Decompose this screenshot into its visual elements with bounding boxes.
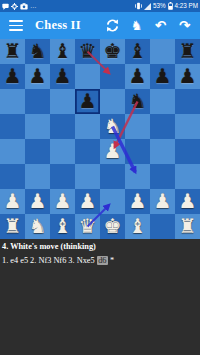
square-g2[interactable]: ♟: [150, 189, 175, 214]
square-g7[interactable]: ♟: [150, 64, 175, 89]
square-e8[interactable]: ♚: [100, 39, 125, 64]
piece-white-bishop: ♝: [50, 214, 75, 239]
app-title: Chess II: [35, 18, 105, 33]
square-h1[interactable]: ♜: [175, 214, 200, 239]
square-c6[interactable]: [50, 89, 75, 114]
piece-black-pawn: ♟: [50, 64, 75, 89]
piece-white-pawn: ♟: [50, 189, 75, 214]
piece-white-pawn: ♟: [100, 139, 125, 164]
status-bar: ⋯ 53% 4:23 PM: [0, 0, 200, 12]
piece-white-pawn: ♟: [125, 189, 150, 214]
square-a1[interactable]: ♜: [0, 214, 25, 239]
piece-black-pawn: ♟: [25, 64, 50, 89]
piece-black-knight: ♞: [25, 39, 50, 64]
battery-icon: [168, 2, 173, 10]
piece-black-bishop: ♝: [125, 39, 150, 64]
piece-white-king: ♚: [100, 214, 125, 239]
square-b4[interactable]: [25, 139, 50, 164]
piece-white-pawn: ♟: [150, 189, 175, 214]
square-b6[interactable]: [25, 89, 50, 114]
square-b5[interactable]: [25, 114, 50, 139]
piece-white-knight: ♞: [25, 214, 50, 239]
app-bar-actions: ♞ ↶ ↷: [105, 18, 200, 33]
square-c1[interactable]: ♝: [50, 214, 75, 239]
move-panel: 4. White's move (thinking) 1. e4 e5 2. N…: [0, 239, 200, 355]
square-f2[interactable]: ♟: [125, 189, 150, 214]
square-b7[interactable]: ♟: [25, 64, 50, 89]
square-c8[interactable]: ♝: [50, 39, 75, 64]
piece-white-pawn: ♟: [75, 189, 100, 214]
battery-percent: 53%: [153, 0, 166, 12]
system-status-icons: 53% 4:23 PM: [135, 0, 200, 12]
piece-black-queen: ♛: [75, 39, 100, 64]
overflow-dots: ⋯: [30, 3, 37, 10]
square-a8[interactable]: ♜: [0, 39, 25, 64]
square-h4[interactable]: [175, 139, 200, 164]
square-a6[interactable]: [0, 89, 25, 114]
piece-white-bishop: ♝: [125, 214, 150, 239]
square-g1[interactable]: [150, 214, 175, 239]
square-d5[interactable]: [75, 114, 100, 139]
square-a4[interactable]: [0, 139, 25, 164]
square-f8[interactable]: ♝: [125, 39, 150, 64]
square-g4[interactable]: [150, 139, 175, 164]
square-h5[interactable]: [175, 114, 200, 139]
square-a7[interactable]: ♟: [0, 64, 25, 89]
piece-white-pawn: ♟: [175, 189, 200, 214]
square-c5[interactable]: [50, 114, 75, 139]
square-b8[interactable]: ♞: [25, 39, 50, 64]
square-b2[interactable]: ♟: [25, 189, 50, 214]
piece-black-pawn: ♟: [75, 89, 100, 114]
piece-black-bishop: ♝: [50, 39, 75, 64]
square-h7[interactable]: ♟: [175, 64, 200, 89]
square-h2[interactable]: ♟: [175, 189, 200, 214]
piece-black-pawn: ♟: [150, 64, 175, 89]
piece-black-king: ♚: [100, 39, 125, 64]
square-e2[interactable]: [100, 189, 125, 214]
piece-black-rook: ♜: [0, 39, 25, 64]
redo-icon[interactable]: ↷: [177, 18, 192, 33]
vibrate-icon: [135, 2, 142, 10]
moves-prefix: 1. e4 e5 2. Nf3 Nf6 3. Nxe5: [2, 256, 97, 265]
square-f1[interactable]: ♝: [125, 214, 150, 239]
square-g6[interactable]: [150, 89, 175, 114]
square-g8[interactable]: [150, 39, 175, 64]
square-e5[interactable]: ♞: [100, 114, 125, 139]
notification-icons: ⋯: [0, 3, 135, 10]
piece-white-rook: ♜: [175, 214, 200, 239]
square-b1[interactable]: ♞: [25, 214, 50, 239]
piece-white-rook: ♜: [0, 214, 25, 239]
square-c7[interactable]: ♟: [50, 64, 75, 89]
square-h8[interactable]: ♜: [175, 39, 200, 64]
square-d2[interactable]: ♟: [75, 189, 100, 214]
square-f6[interactable]: ♞: [125, 89, 150, 114]
piece-white-pawn: ♟: [0, 189, 25, 214]
square-h6[interactable]: [175, 89, 200, 114]
move-list[interactable]: 1. e4 e5 2. Nf3 Nf6 3. Nxe5 d6 *: [0, 252, 200, 266]
square-g3[interactable]: [150, 164, 175, 189]
piece-black-rook: ♜: [175, 39, 200, 64]
square-g5[interactable]: [150, 114, 175, 139]
phone-screen: ⋯ 53% 4:23 PM Chess II: [0, 0, 200, 355]
chess-board: ♜♞♝♛♚♝♜♟♟♟♟♟♟♟♞♞♟♟♟♟♟♟♟♟♜♞♝♛♚♝♜: [0, 39, 200, 239]
square-d4[interactable]: [75, 139, 100, 164]
square-h3[interactable]: [175, 164, 200, 189]
moves-suffix: *: [108, 256, 114, 265]
square-d3[interactable]: [75, 164, 100, 189]
square-d1[interactable]: ♛: [75, 214, 100, 239]
message-icon: [2, 3, 9, 10]
piece-white-pawn: ♟: [25, 189, 50, 214]
square-e1[interactable]: ♚: [100, 214, 125, 239]
square-a3[interactable]: [0, 164, 25, 189]
camera-icon: [20, 3, 28, 10]
square-c3[interactable]: [50, 164, 75, 189]
square-b3[interactable]: [25, 164, 50, 189]
flip-board-icon[interactable]: [105, 18, 120, 33]
square-c4[interactable]: [50, 139, 75, 164]
selected-move[interactable]: d6: [97, 256, 108, 265]
square-e6[interactable]: [100, 89, 125, 114]
square-f5[interactable]: [125, 114, 150, 139]
square-d6[interactable]: ♟: [75, 89, 100, 114]
undo-icon[interactable]: ↶: [153, 18, 168, 33]
piece-white-knight: ♞: [100, 114, 125, 139]
board-grid: ♜♞♝♛♚♝♜♟♟♟♟♟♟♟♞♞♟♟♟♟♟♟♟♟♜♞♝♛♚♝♜: [0, 39, 200, 239]
square-d8[interactable]: ♛: [75, 39, 100, 64]
piece-black-pawn: ♟: [175, 64, 200, 89]
hint-knight-icon[interactable]: ♞: [129, 18, 144, 33]
app-bar: Chess II ♞ ↶ ↷: [0, 12, 200, 39]
gear-icon: [11, 3, 18, 10]
square-a2[interactable]: ♟: [0, 189, 25, 214]
square-f7[interactable]: ♟: [125, 64, 150, 89]
engine-status-line: 4. White's move (thinking): [0, 239, 200, 252]
square-c2[interactable]: ♟: [50, 189, 75, 214]
piece-white-queen: ♛: [75, 214, 100, 239]
menu-icon[interactable]: [9, 20, 23, 31]
square-f4[interactable]: [125, 139, 150, 164]
piece-black-pawn: ♟: [0, 64, 25, 89]
square-d7[interactable]: [75, 64, 100, 89]
signal-icon: [144, 3, 151, 10]
square-e4[interactable]: ♟: [100, 139, 125, 164]
square-e3[interactable]: [100, 164, 125, 189]
piece-black-pawn: ♟: [125, 64, 150, 89]
piece-black-knight: ♞: [125, 89, 150, 114]
square-e7[interactable]: [100, 64, 125, 89]
square-f3[interactable]: [125, 164, 150, 189]
square-a5[interactable]: [0, 114, 25, 139]
clock-time: 4:23 PM: [175, 0, 198, 12]
